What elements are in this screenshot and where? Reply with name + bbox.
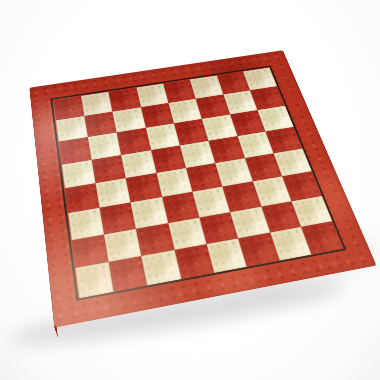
photo-background	[0, 0, 380, 380]
